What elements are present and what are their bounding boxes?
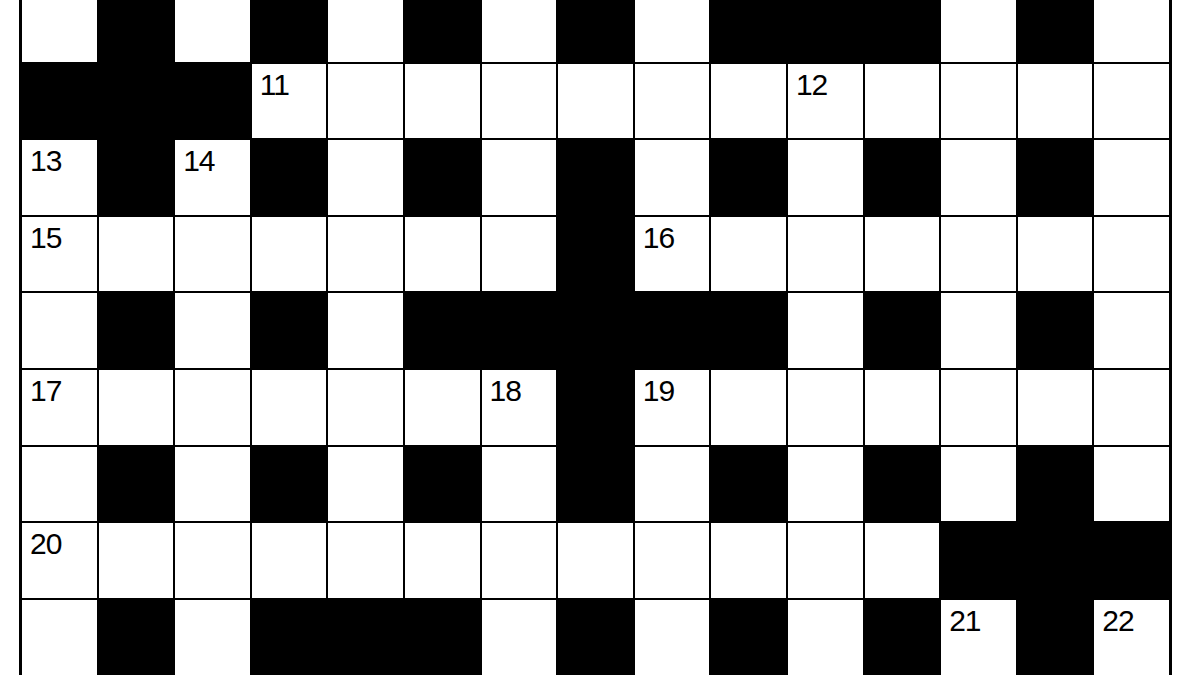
white-cell[interactable] — [175, 293, 250, 368]
white-cell[interactable] — [865, 370, 940, 445]
white-cell[interactable] — [328, 140, 403, 215]
white-cell[interactable] — [482, 600, 557, 675]
black-cell — [328, 600, 403, 675]
white-cell[interactable] — [865, 217, 940, 292]
black-cell — [711, 447, 786, 522]
white-cell[interactable] — [175, 217, 250, 292]
black-cell — [252, 600, 327, 675]
white-cell[interactable]: 22 — [1094, 600, 1169, 675]
black-cell — [1018, 140, 1093, 215]
white-cell[interactable] — [175, 0, 250, 62]
black-cell — [99, 0, 174, 62]
white-cell[interactable] — [252, 523, 327, 598]
white-cell[interactable] — [482, 64, 557, 139]
crossword-grid: 111213141516171819202122 — [19, 0, 1172, 675]
white-cell[interactable] — [22, 447, 97, 522]
white-cell[interactable] — [252, 370, 327, 445]
white-cell[interactable] — [22, 0, 97, 62]
white-cell[interactable] — [941, 293, 1016, 368]
black-cell — [405, 0, 480, 62]
white-cell[interactable] — [1018, 217, 1093, 292]
white-cell[interactable]: 17 — [22, 370, 97, 445]
white-cell[interactable] — [99, 217, 174, 292]
white-cell[interactable] — [1094, 64, 1169, 139]
white-cell[interactable] — [558, 523, 633, 598]
white-cell[interactable] — [328, 370, 403, 445]
white-cell[interactable] — [788, 447, 863, 522]
white-cell[interactable] — [711, 217, 786, 292]
white-cell[interactable] — [941, 447, 1016, 522]
white-cell[interactable] — [482, 447, 557, 522]
black-cell — [788, 0, 863, 62]
black-cell — [482, 293, 557, 368]
clue-number-17: 17 — [30, 376, 61, 406]
black-cell — [22, 64, 97, 139]
black-cell — [252, 447, 327, 522]
white-cell[interactable]: 11 — [252, 64, 327, 139]
black-cell — [558, 0, 633, 62]
white-cell[interactable] — [635, 523, 710, 598]
clue-number-14: 14 — [183, 146, 214, 176]
black-cell — [405, 447, 480, 522]
white-cell[interactable] — [788, 523, 863, 598]
clue-number-19: 19 — [643, 376, 674, 406]
white-cell[interactable] — [482, 140, 557, 215]
white-cell[interactable] — [865, 64, 940, 139]
white-cell[interactable]: 12 — [788, 64, 863, 139]
white-cell[interactable] — [328, 523, 403, 598]
black-cell — [252, 293, 327, 368]
white-cell[interactable]: 14 — [175, 140, 250, 215]
black-cell — [99, 293, 174, 368]
black-cell — [711, 140, 786, 215]
white-cell[interactable] — [175, 370, 250, 445]
clue-number-12: 12 — [796, 70, 827, 100]
black-cell — [99, 140, 174, 215]
white-cell[interactable] — [635, 600, 710, 675]
white-cell[interactable] — [1094, 217, 1169, 292]
white-cell[interactable] — [788, 600, 863, 675]
white-cell[interactable] — [1018, 64, 1093, 139]
white-cell[interactable] — [175, 523, 250, 598]
white-cell[interactable] — [711, 64, 786, 139]
white-cell[interactable] — [405, 64, 480, 139]
black-cell — [405, 293, 480, 368]
white-cell[interactable] — [22, 600, 97, 675]
black-cell — [635, 293, 710, 368]
white-cell[interactable] — [711, 523, 786, 598]
white-cell[interactable] — [635, 0, 710, 62]
white-cell[interactable] — [788, 217, 863, 292]
white-cell[interactable] — [788, 293, 863, 368]
black-cell — [865, 0, 940, 62]
black-cell — [558, 140, 633, 215]
white-cell[interactable] — [99, 523, 174, 598]
white-cell[interactable] — [99, 370, 174, 445]
white-cell[interactable] — [405, 523, 480, 598]
clue-number-11: 11 — [260, 70, 289, 100]
black-cell — [865, 447, 940, 522]
white-cell[interactable] — [482, 523, 557, 598]
clue-number-18: 18 — [490, 376, 521, 406]
white-cell[interactable] — [482, 217, 557, 292]
black-cell — [405, 140, 480, 215]
white-cell[interactable] — [405, 217, 480, 292]
black-cell — [99, 64, 174, 139]
white-cell[interactable] — [328, 447, 403, 522]
clue-number-22: 22 — [1102, 606, 1133, 636]
black-cell — [711, 293, 786, 368]
white-cell[interactable] — [941, 0, 1016, 62]
white-cell[interactable] — [1094, 370, 1169, 445]
white-cell[interactable] — [175, 447, 250, 522]
black-cell — [865, 140, 940, 215]
clue-number-21: 21 — [949, 606, 980, 636]
clue-number-16: 16 — [643, 223, 674, 253]
white-cell[interactable] — [1094, 140, 1169, 215]
black-cell — [1018, 447, 1093, 522]
black-cell — [711, 600, 786, 675]
black-cell — [558, 293, 633, 368]
black-cell — [941, 523, 1016, 598]
white-cell[interactable] — [941, 64, 1016, 139]
black-cell — [558, 447, 633, 522]
white-cell[interactable] — [1094, 0, 1169, 62]
white-cell[interactable] — [558, 64, 633, 139]
white-cell[interactable] — [482, 0, 557, 62]
white-cell[interactable] — [635, 447, 710, 522]
clue-number-15: 15 — [30, 223, 61, 253]
white-cell[interactable] — [941, 370, 1016, 445]
black-cell — [252, 0, 327, 62]
black-cell — [405, 600, 480, 675]
black-cell — [558, 600, 633, 675]
white-cell[interactable] — [1018, 370, 1093, 445]
white-cell[interactable]: 21 — [941, 600, 1016, 675]
black-cell — [558, 370, 633, 445]
white-cell[interactable] — [328, 0, 403, 62]
white-cell[interactable] — [22, 293, 97, 368]
white-cell[interactable] — [635, 64, 710, 139]
white-cell[interactable] — [788, 370, 863, 445]
white-cell[interactable] — [405, 370, 480, 445]
white-cell[interactable] — [711, 370, 786, 445]
black-cell — [99, 600, 174, 675]
black-cell — [1018, 600, 1093, 675]
white-cell[interactable] — [941, 140, 1016, 215]
black-cell — [252, 140, 327, 215]
black-cell — [1018, 293, 1093, 368]
white-cell[interactable] — [865, 523, 940, 598]
black-cell — [1018, 0, 1093, 62]
black-cell — [1018, 523, 1093, 598]
white-cell[interactable]: 19 — [635, 370, 710, 445]
black-cell — [175, 64, 250, 139]
white-cell[interactable]: 16 — [635, 217, 710, 292]
white-cell[interactable] — [788, 140, 863, 215]
black-cell — [865, 293, 940, 368]
white-cell[interactable]: 15 — [22, 217, 97, 292]
black-cell — [711, 0, 786, 62]
white-cell[interactable] — [175, 600, 250, 675]
clue-number-13: 13 — [30, 146, 61, 176]
black-cell — [865, 600, 940, 675]
white-cell[interactable] — [941, 217, 1016, 292]
clue-number-20: 20 — [30, 529, 61, 559]
white-cell[interactable] — [1094, 447, 1169, 522]
white-cell[interactable]: 13 — [22, 140, 97, 215]
white-cell[interactable] — [1094, 293, 1169, 368]
white-cell[interactable] — [328, 64, 403, 139]
black-cell — [99, 447, 174, 522]
black-cell — [1094, 523, 1169, 598]
white-cell[interactable] — [328, 217, 403, 292]
black-cell — [558, 217, 633, 292]
white-cell[interactable] — [328, 293, 403, 368]
white-cell[interactable]: 18 — [482, 370, 557, 445]
white-cell[interactable] — [635, 140, 710, 215]
white-cell[interactable]: 20 — [22, 523, 97, 598]
white-cell[interactable] — [252, 217, 327, 292]
